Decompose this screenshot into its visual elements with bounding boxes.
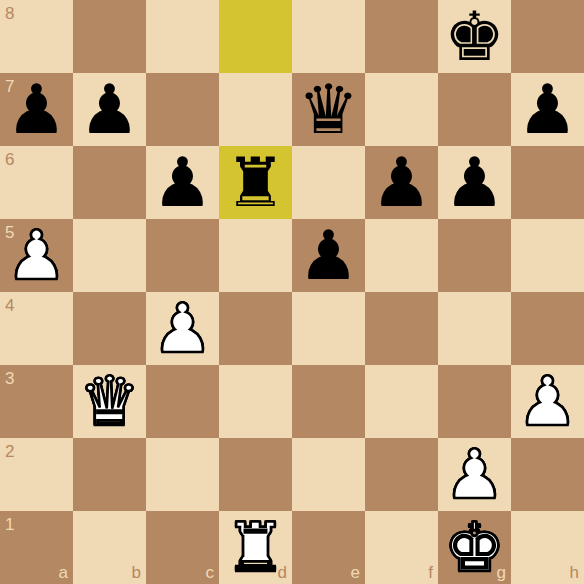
square-e3[interactable] bbox=[292, 365, 365, 438]
rank-label-1: 1 bbox=[5, 516, 14, 533]
rank-label-4: 4 bbox=[5, 297, 14, 314]
square-a7[interactable]: 7♟ bbox=[0, 73, 73, 146]
square-g8[interactable]: ♚ bbox=[438, 0, 511, 73]
piece-white-queen[interactable]: ♛ bbox=[79, 365, 140, 438]
square-f2[interactable] bbox=[365, 438, 438, 511]
file-label-a: a bbox=[59, 564, 68, 581]
piece-white-pawn[interactable]: ♟ bbox=[444, 438, 505, 511]
square-c1[interactable]: c bbox=[146, 511, 219, 584]
square-h8[interactable] bbox=[511, 0, 584, 73]
square-c6[interactable]: ♟ bbox=[146, 146, 219, 219]
square-c2[interactable] bbox=[146, 438, 219, 511]
rank-label-7: 7 bbox=[5, 78, 14, 95]
square-d7[interactable] bbox=[219, 73, 292, 146]
square-d5[interactable] bbox=[219, 219, 292, 292]
piece-black-pawn[interactable]: ♟ bbox=[6, 73, 67, 146]
piece-white-pawn[interactable]: ♟ bbox=[152, 292, 213, 365]
square-g6[interactable]: ♟ bbox=[438, 146, 511, 219]
square-h4[interactable] bbox=[511, 292, 584, 365]
square-g3[interactable] bbox=[438, 365, 511, 438]
piece-black-pawn[interactable]: ♟ bbox=[444, 146, 505, 219]
square-a6[interactable]: 6 bbox=[0, 146, 73, 219]
square-b3[interactable]: ♛ bbox=[73, 365, 146, 438]
square-h7[interactable]: ♟ bbox=[511, 73, 584, 146]
square-b4[interactable] bbox=[73, 292, 146, 365]
square-e4[interactable] bbox=[292, 292, 365, 365]
chess-board: 8♚7♟♟♛♟6♟♜♟♟5♟♟4♟3♛♟2♟1abcd♜efg♚h bbox=[0, 0, 584, 584]
square-g7[interactable] bbox=[438, 73, 511, 146]
square-e8[interactable] bbox=[292, 0, 365, 73]
file-label-h: h bbox=[570, 564, 579, 581]
file-label-b: b bbox=[132, 564, 141, 581]
piece-black-king[interactable]: ♚ bbox=[444, 0, 505, 73]
square-d6[interactable]: ♜ bbox=[219, 146, 292, 219]
square-e5[interactable]: ♟ bbox=[292, 219, 365, 292]
rank-label-8: 8 bbox=[5, 5, 14, 22]
piece-black-pawn[interactable]: ♟ bbox=[298, 219, 359, 292]
file-label-g: g bbox=[497, 564, 506, 581]
square-h1[interactable]: h bbox=[511, 511, 584, 584]
square-c7[interactable] bbox=[146, 73, 219, 146]
rank-label-2: 2 bbox=[5, 443, 14, 460]
square-g5[interactable] bbox=[438, 219, 511, 292]
square-f5[interactable] bbox=[365, 219, 438, 292]
square-h5[interactable] bbox=[511, 219, 584, 292]
rank-label-3: 3 bbox=[5, 370, 14, 387]
piece-black-pawn[interactable]: ♟ bbox=[79, 73, 140, 146]
square-e7[interactable]: ♛ bbox=[292, 73, 365, 146]
square-f1[interactable]: f bbox=[365, 511, 438, 584]
square-a2[interactable]: 2 bbox=[0, 438, 73, 511]
square-f6[interactable]: ♟ bbox=[365, 146, 438, 219]
square-d2[interactable] bbox=[219, 438, 292, 511]
square-a3[interactable]: 3 bbox=[0, 365, 73, 438]
file-label-f: f bbox=[428, 564, 433, 581]
square-c5[interactable] bbox=[146, 219, 219, 292]
square-b5[interactable] bbox=[73, 219, 146, 292]
square-f3[interactable] bbox=[365, 365, 438, 438]
square-a4[interactable]: 4 bbox=[0, 292, 73, 365]
rank-label-5: 5 bbox=[5, 224, 14, 241]
square-g4[interactable] bbox=[438, 292, 511, 365]
piece-black-pawn[interactable]: ♟ bbox=[517, 73, 578, 146]
square-h6[interactable] bbox=[511, 146, 584, 219]
rank-label-6: 6 bbox=[5, 151, 14, 168]
square-b1[interactable]: b bbox=[73, 511, 146, 584]
square-a1[interactable]: 1a bbox=[0, 511, 73, 584]
square-b6[interactable] bbox=[73, 146, 146, 219]
square-c3[interactable] bbox=[146, 365, 219, 438]
square-a5[interactable]: 5♟ bbox=[0, 219, 73, 292]
piece-black-pawn[interactable]: ♟ bbox=[152, 146, 213, 219]
square-e1[interactable]: e bbox=[292, 511, 365, 584]
file-label-d: d bbox=[278, 564, 287, 581]
square-d1[interactable]: d♜ bbox=[219, 511, 292, 584]
piece-white-pawn[interactable]: ♟ bbox=[517, 365, 578, 438]
piece-black-rook[interactable]: ♜ bbox=[225, 146, 286, 219]
square-a8[interactable]: 8 bbox=[0, 0, 73, 73]
piece-black-queen[interactable]: ♛ bbox=[298, 73, 359, 146]
file-label-c: c bbox=[206, 564, 215, 581]
square-b7[interactable]: ♟ bbox=[73, 73, 146, 146]
square-e6[interactable] bbox=[292, 146, 365, 219]
square-e2[interactable] bbox=[292, 438, 365, 511]
square-f4[interactable] bbox=[365, 292, 438, 365]
square-f7[interactable] bbox=[365, 73, 438, 146]
square-c8[interactable] bbox=[146, 0, 219, 73]
square-c4[interactable]: ♟ bbox=[146, 292, 219, 365]
square-h3[interactable]: ♟ bbox=[511, 365, 584, 438]
square-d8[interactable] bbox=[219, 0, 292, 73]
square-b2[interactable] bbox=[73, 438, 146, 511]
square-f8[interactable] bbox=[365, 0, 438, 73]
square-g2[interactable]: ♟ bbox=[438, 438, 511, 511]
square-d4[interactable] bbox=[219, 292, 292, 365]
square-g1[interactable]: g♚ bbox=[438, 511, 511, 584]
file-label-e: e bbox=[351, 564, 360, 581]
square-d3[interactable] bbox=[219, 365, 292, 438]
piece-black-pawn[interactable]: ♟ bbox=[371, 146, 432, 219]
square-b8[interactable] bbox=[73, 0, 146, 73]
piece-white-pawn[interactable]: ♟ bbox=[6, 219, 67, 292]
square-h2[interactable] bbox=[511, 438, 584, 511]
